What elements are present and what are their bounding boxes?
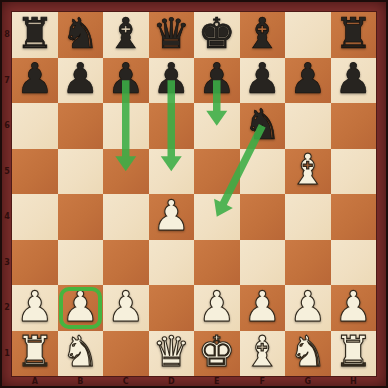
square-g8[interactable] — [285, 12, 331, 58]
white-pawn[interactable]: ♟ — [107, 286, 145, 328]
square-g2[interactable]: ♟ — [285, 285, 331, 331]
black-knight[interactable]: ♞ — [61, 13, 99, 55]
white-pawn[interactable]: ♟ — [61, 286, 99, 328]
rank-label-7: 7 — [2, 58, 12, 104]
square-h4[interactable] — [331, 194, 377, 240]
file-label-f: F — [240, 376, 286, 387]
square-f5[interactable] — [240, 149, 286, 195]
square-a1[interactable]: ♜ — [12, 331, 58, 377]
rank-label-8: 8 — [2, 12, 12, 58]
square-b7[interactable]: ♟ — [58, 58, 104, 104]
black-pawn[interactable]: ♟ — [107, 58, 145, 100]
black-pawn[interactable]: ♟ — [243, 58, 281, 100]
square-g5[interactable]: ♝ — [285, 149, 331, 195]
square-h7[interactable]: ♟ — [331, 58, 377, 104]
square-b2[interactable]: ♟ — [58, 285, 104, 331]
square-f6[interactable]: ♞ — [240, 103, 286, 149]
white-queen[interactable]: ♛ — [152, 331, 190, 373]
file-labels: ABCDEFGH — [12, 376, 376, 387]
black-bishop[interactable]: ♝ — [107, 13, 145, 55]
square-e7[interactable]: ♟ — [194, 58, 240, 104]
square-f3[interactable] — [240, 240, 286, 286]
file-label-d: D — [149, 376, 195, 387]
black-pawn[interactable]: ♟ — [61, 58, 99, 100]
black-queen[interactable]: ♛ — [152, 13, 190, 55]
square-c7[interactable]: ♟ — [103, 58, 149, 104]
square-c4[interactable] — [103, 194, 149, 240]
chess-board[interactable]: ♜♞♝♛♚♝♜♟♟♟♟♟♟♟♟♞♝♟♟♟♟♟♟♟♟♜♞♛♚♝♞♜ — [12, 12, 376, 376]
square-e8[interactable]: ♚ — [194, 12, 240, 58]
white-pawn[interactable]: ♟ — [334, 286, 372, 328]
square-a5[interactable] — [12, 149, 58, 195]
black-bishop[interactable]: ♝ — [243, 13, 281, 55]
square-g1[interactable]: ♞ — [285, 331, 331, 377]
white-bishop[interactable]: ♝ — [289, 149, 327, 191]
square-c8[interactable]: ♝ — [103, 12, 149, 58]
square-h1[interactable]: ♜ — [331, 331, 377, 377]
black-pawn[interactable]: ♟ — [16, 58, 54, 100]
rank-label-4: 4 — [2, 194, 12, 240]
black-knight[interactable]: ♞ — [243, 104, 281, 146]
file-label-e: E — [194, 376, 240, 387]
black-pawn[interactable]: ♟ — [334, 58, 372, 100]
rank-label-3: 3 — [2, 240, 12, 286]
square-c3[interactable] — [103, 240, 149, 286]
square-d8[interactable]: ♛ — [149, 12, 195, 58]
white-pawn[interactable]: ♟ — [289, 286, 327, 328]
white-rook[interactable]: ♜ — [16, 331, 54, 373]
black-pawn[interactable]: ♟ — [289, 58, 327, 100]
square-b1[interactable]: ♞ — [58, 331, 104, 377]
square-h6[interactable] — [331, 103, 377, 149]
square-a8[interactable]: ♜ — [12, 12, 58, 58]
square-a2[interactable]: ♟ — [12, 285, 58, 331]
square-b3[interactable] — [58, 240, 104, 286]
square-d3[interactable] — [149, 240, 195, 286]
square-d5[interactable] — [149, 149, 195, 195]
square-e4[interactable] — [194, 194, 240, 240]
white-pawn[interactable]: ♟ — [243, 286, 281, 328]
square-e6[interactable] — [194, 103, 240, 149]
white-rook[interactable]: ♜ — [334, 331, 372, 373]
square-h3[interactable] — [331, 240, 377, 286]
square-d2[interactable] — [149, 285, 195, 331]
square-b4[interactable] — [58, 194, 104, 240]
square-d6[interactable] — [149, 103, 195, 149]
square-a6[interactable] — [12, 103, 58, 149]
square-h8[interactable]: ♜ — [331, 12, 377, 58]
white-knight[interactable]: ♞ — [289, 331, 327, 373]
square-e5[interactable] — [194, 149, 240, 195]
square-f2[interactable]: ♟ — [240, 285, 286, 331]
square-h5[interactable] — [331, 149, 377, 195]
white-knight[interactable]: ♞ — [61, 331, 99, 373]
black-pawn[interactable]: ♟ — [152, 58, 190, 100]
black-king[interactable]: ♚ — [198, 13, 236, 55]
file-label-h: H — [331, 376, 377, 387]
square-e2[interactable]: ♟ — [194, 285, 240, 331]
rank-label-6: 6 — [2, 103, 12, 149]
square-g7[interactable]: ♟ — [285, 58, 331, 104]
square-g4[interactable] — [285, 194, 331, 240]
black-rook[interactable]: ♜ — [334, 13, 372, 55]
square-c6[interactable] — [103, 103, 149, 149]
rank-label-1: 1 — [2, 331, 12, 377]
square-f1[interactable]: ♝ — [240, 331, 286, 377]
square-c1[interactable] — [103, 331, 149, 377]
square-g3[interactable] — [285, 240, 331, 286]
square-b6[interactable] — [58, 103, 104, 149]
file-label-c: C — [103, 376, 149, 387]
square-c2[interactable]: ♟ — [103, 285, 149, 331]
rank-label-5: 5 — [2, 149, 12, 195]
square-e3[interactable] — [194, 240, 240, 286]
square-f7[interactable]: ♟ — [240, 58, 286, 104]
file-label-g: G — [285, 376, 331, 387]
square-d1[interactable]: ♛ — [149, 331, 195, 377]
square-g6[interactable] — [285, 103, 331, 149]
white-pawn[interactable]: ♟ — [198, 286, 236, 328]
white-pawn[interactable]: ♟ — [16, 286, 54, 328]
file-label-a: A — [12, 376, 58, 387]
rank-labels: 87654321 — [2, 12, 12, 376]
black-pawn[interactable]: ♟ — [198, 58, 236, 100]
square-h2[interactable]: ♟ — [331, 285, 377, 331]
square-d7[interactable]: ♟ — [149, 58, 195, 104]
white-bishop[interactable]: ♝ — [243, 331, 281, 373]
white-pawn[interactable]: ♟ — [152, 195, 190, 237]
rank-label-2: 2 — [2, 285, 12, 331]
square-e1[interactable]: ♚ — [194, 331, 240, 377]
square-b8[interactable]: ♞ — [58, 12, 104, 58]
black-rook[interactable]: ♜ — [16, 13, 54, 55]
square-f8[interactable]: ♝ — [240, 12, 286, 58]
square-b5[interactable] — [58, 149, 104, 195]
square-f4[interactable] — [240, 194, 286, 240]
square-c5[interactable] — [103, 149, 149, 195]
board-container: 87654321 ABCDEFGH ♜♞♝♛♚♝♜♟♟♟♟♟♟♟♟♞♝♟♟♟♟♟… — [0, 0, 388, 388]
file-label-b: B — [58, 376, 104, 387]
square-a3[interactable] — [12, 240, 58, 286]
square-a4[interactable] — [12, 194, 58, 240]
square-d4[interactable]: ♟ — [149, 194, 195, 240]
square-a7[interactable]: ♟ — [12, 58, 58, 104]
white-king[interactable]: ♚ — [198, 331, 236, 373]
